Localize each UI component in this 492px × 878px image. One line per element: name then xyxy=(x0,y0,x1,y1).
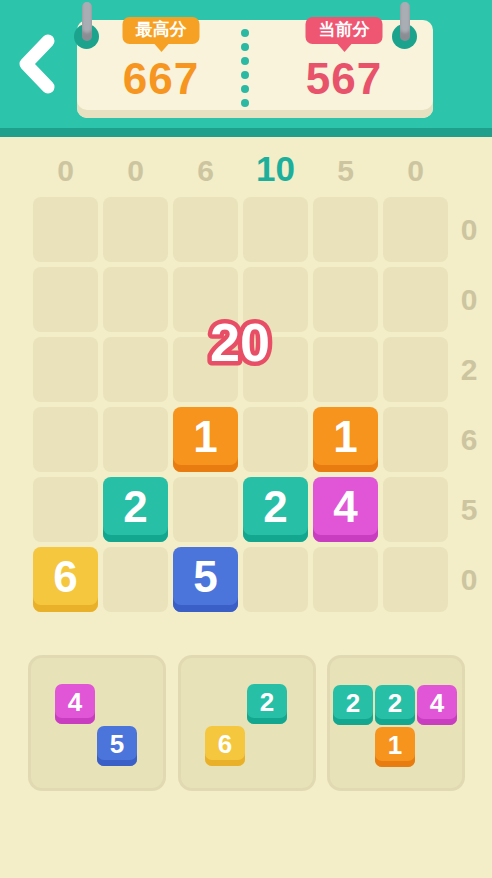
board-cell xyxy=(103,547,168,612)
board-cell xyxy=(313,267,378,332)
board-cell xyxy=(383,477,448,542)
column-label: 5 xyxy=(313,153,378,189)
board-cell xyxy=(103,197,168,262)
board-cell xyxy=(383,547,448,612)
tray-piece[interactable]: 4 xyxy=(55,684,95,724)
board-tile: 6 xyxy=(33,547,98,612)
row-label: 0 xyxy=(449,267,489,332)
piece-tray: 26 xyxy=(178,655,316,791)
score-popup: 20 xyxy=(176,306,304,376)
tray-piece[interactable]: 2 xyxy=(333,685,373,725)
board-cell xyxy=(313,547,378,612)
column-label: 0 xyxy=(383,153,448,189)
board-cell xyxy=(33,407,98,472)
board-cell xyxy=(383,267,448,332)
board-cell xyxy=(313,197,378,262)
board-cell xyxy=(383,407,448,472)
column-label: 10 xyxy=(243,151,308,187)
column-label: 0 xyxy=(103,153,168,189)
board-tile: 1 xyxy=(173,407,238,472)
board-cell xyxy=(173,197,238,262)
board-tile: 1 xyxy=(313,407,378,472)
board-tile: 2 xyxy=(103,477,168,542)
board-cell xyxy=(243,547,308,612)
tray-piece[interactable]: 6 xyxy=(205,726,245,766)
row-label: 0 xyxy=(449,197,489,262)
board-cell xyxy=(33,337,98,402)
row-label: 6 xyxy=(449,407,489,472)
tray-piece[interactable]: 4 xyxy=(417,685,457,725)
row-label: 5 xyxy=(449,477,489,542)
board-cell xyxy=(33,267,98,332)
board-tile: 2 xyxy=(243,477,308,542)
tray-piece[interactable]: 5 xyxy=(97,726,137,766)
board-cell xyxy=(33,197,98,262)
board-cell xyxy=(173,477,238,542)
tray-piece[interactable]: 1 xyxy=(375,727,415,767)
column-label: 0 xyxy=(33,153,98,189)
tray-piece[interactable]: 2 xyxy=(375,685,415,725)
board-cell xyxy=(33,477,98,542)
game-screen: 最高分 667 当前分 567 00610500026501122465 20 … xyxy=(0,0,492,878)
board-cell xyxy=(103,407,168,472)
board-cell xyxy=(103,267,168,332)
piece-tray: 2241 xyxy=(327,655,465,791)
board-tile: 5 xyxy=(173,547,238,612)
score-popup-text: 20 xyxy=(210,312,270,372)
board-cell xyxy=(243,197,308,262)
piece-tray: 45 xyxy=(28,655,166,791)
row-label: 2 xyxy=(449,337,489,402)
board-cell xyxy=(383,197,448,262)
board-cell xyxy=(313,337,378,402)
board-cell xyxy=(243,407,308,472)
board-tile: 4 xyxy=(313,477,378,542)
tray-piece[interactable]: 2 xyxy=(247,684,287,724)
row-label: 0 xyxy=(449,547,489,612)
board-cell xyxy=(383,337,448,402)
board-cell xyxy=(103,337,168,402)
column-label: 6 xyxy=(173,153,238,189)
